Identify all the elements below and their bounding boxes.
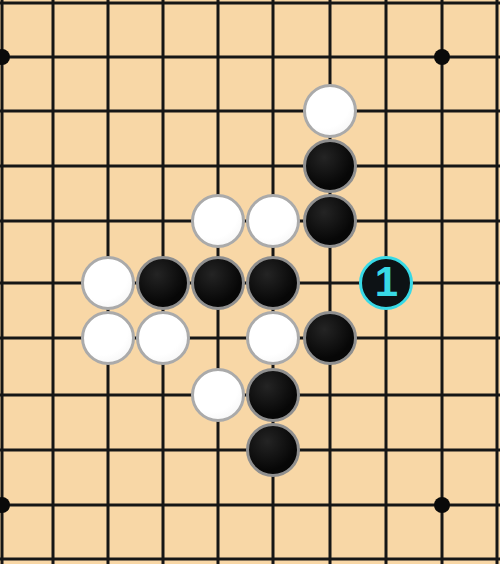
stone-white — [246, 194, 300, 248]
stone-white — [81, 311, 135, 365]
stone-white — [303, 84, 357, 138]
star-point — [0, 497, 10, 513]
stone-black — [246, 256, 300, 310]
stone-black-move-1: 1 — [359, 256, 413, 310]
stone-white — [136, 311, 190, 365]
star-point — [434, 49, 450, 65]
stone-black — [136, 256, 190, 310]
stone-white — [81, 256, 135, 310]
grid-line-horizontal — [0, 2, 500, 5]
grid-line-horizontal — [0, 504, 500, 507]
star-point — [434, 497, 450, 513]
grid-line-horizontal — [0, 56, 500, 59]
grid-line-horizontal — [0, 558, 500, 561]
stone-black — [191, 256, 245, 310]
star-point — [0, 49, 10, 65]
grid-line-horizontal — [0, 165, 500, 168]
stone-black — [246, 423, 300, 477]
move-number-label: 1 — [375, 261, 397, 303]
stone-black — [246, 368, 300, 422]
stone-black — [303, 194, 357, 248]
grid-line-horizontal — [0, 110, 500, 113]
stone-white — [191, 194, 245, 248]
go-board[interactable]: 1 — [0, 0, 500, 564]
stone-black — [303, 311, 357, 365]
stone-white — [246, 311, 300, 365]
stone-black — [303, 139, 357, 193]
stone-white — [191, 368, 245, 422]
